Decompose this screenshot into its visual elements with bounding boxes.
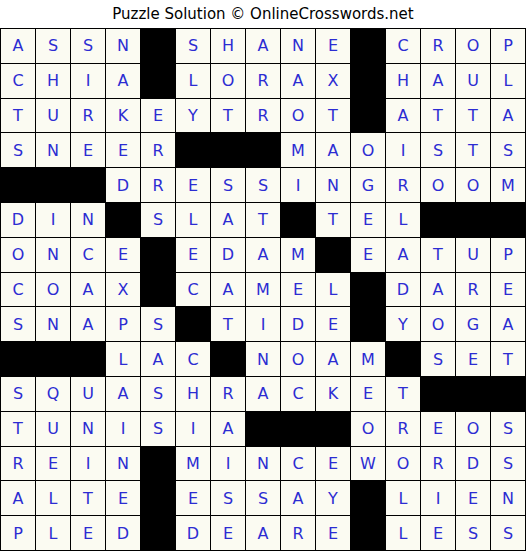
block-cell bbox=[106, 203, 140, 237]
grid-cell: E bbox=[351, 203, 385, 237]
grid-cell: P bbox=[491, 29, 525, 63]
grid-cell: R bbox=[386, 168, 420, 202]
grid-cell: O bbox=[36, 273, 70, 307]
grid-cell: P bbox=[1, 516, 35, 550]
grid-cell: S bbox=[456, 516, 490, 550]
grid-cell: R bbox=[386, 412, 420, 446]
grid-cell: C bbox=[1, 64, 35, 98]
grid-cell: E bbox=[421, 412, 455, 446]
grid-cell: K bbox=[316, 377, 350, 411]
grid-cell: N bbox=[71, 203, 105, 237]
grid-cell: E bbox=[71, 133, 105, 167]
grid-cell: O bbox=[211, 64, 245, 98]
grid-cell: S bbox=[141, 203, 175, 237]
grid-cell: S bbox=[71, 29, 105, 63]
grid-cell: A bbox=[141, 342, 175, 376]
block-cell bbox=[351, 307, 385, 341]
grid-cell: O bbox=[421, 168, 455, 202]
grid-cell: R bbox=[281, 516, 315, 550]
grid-cell: O bbox=[456, 168, 490, 202]
grid-cell: C bbox=[1, 273, 35, 307]
grid-cell: N bbox=[71, 412, 105, 446]
grid-cell: S bbox=[1, 307, 35, 341]
grid-cell: N bbox=[316, 168, 350, 202]
grid-cell: E bbox=[71, 516, 105, 550]
grid-cell: E bbox=[176, 481, 210, 515]
grid-cell: Q bbox=[36, 377, 70, 411]
grid-cell: U bbox=[456, 238, 490, 272]
grid-cell: N bbox=[246, 447, 280, 481]
grid-cell: N bbox=[36, 307, 70, 341]
puzzle-solution-page: Puzzle Solution © OnlineCrosswords.net A… bbox=[0, 0, 526, 551]
grid-cell: T bbox=[316, 203, 350, 237]
grid-cell: T bbox=[246, 203, 280, 237]
grid-cell: A bbox=[386, 99, 420, 133]
grid-cell: A bbox=[246, 377, 280, 411]
block-cell bbox=[351, 64, 385, 98]
grid-cell: X bbox=[316, 64, 350, 98]
grid-cell: E bbox=[421, 516, 455, 550]
block-cell bbox=[351, 481, 385, 515]
grid-cell: Y bbox=[386, 307, 420, 341]
grid-cell: E bbox=[491, 273, 525, 307]
grid-cell: R bbox=[71, 99, 105, 133]
grid-cell: A bbox=[246, 238, 280, 272]
grid-cell: O bbox=[351, 412, 385, 446]
grid-cell: I bbox=[71, 64, 105, 98]
grid-cell: U bbox=[36, 412, 70, 446]
grid-cell: L bbox=[316, 273, 350, 307]
grid-cell: N bbox=[106, 29, 140, 63]
grid-cell: O bbox=[281, 342, 315, 376]
grid-cell: S bbox=[491, 412, 525, 446]
grid-cell: E bbox=[316, 307, 350, 341]
grid-cell: D bbox=[106, 516, 140, 550]
block-cell bbox=[281, 412, 315, 446]
grid-cell: A bbox=[246, 516, 280, 550]
grid-cell: I bbox=[281, 168, 315, 202]
grid-cell: T bbox=[1, 99, 35, 133]
grid-cell: O bbox=[456, 412, 490, 446]
grid-cell: A bbox=[211, 412, 245, 446]
block-cell bbox=[316, 412, 350, 446]
grid-cell: L bbox=[36, 481, 70, 515]
grid-cell: L bbox=[386, 481, 420, 515]
grid-cell: N bbox=[36, 238, 70, 272]
grid-cell: A bbox=[211, 273, 245, 307]
grid-cell: T bbox=[421, 238, 455, 272]
block-cell bbox=[141, 29, 175, 63]
grid-cell: T bbox=[71, 481, 105, 515]
grid-cell: A bbox=[491, 99, 525, 133]
grid-cell: H bbox=[211, 29, 245, 63]
grid-cell: A bbox=[421, 64, 455, 98]
block-cell bbox=[141, 447, 175, 481]
block-cell bbox=[351, 29, 385, 63]
grid-cell: O bbox=[351, 133, 385, 167]
grid-cell: G bbox=[351, 168, 385, 202]
grid-cell: D bbox=[456, 447, 490, 481]
grid-cell: S bbox=[141, 307, 175, 341]
block-cell bbox=[421, 203, 455, 237]
block-cell bbox=[1, 168, 35, 202]
grid-cell: C bbox=[176, 273, 210, 307]
grid-cell: D bbox=[176, 516, 210, 550]
block-cell bbox=[491, 203, 525, 237]
grid-cell: O bbox=[421, 307, 455, 341]
grid-cell: C bbox=[281, 447, 315, 481]
grid-cell: H bbox=[386, 64, 420, 98]
grid-cell: S bbox=[1, 133, 35, 167]
grid-cell: A bbox=[491, 307, 525, 341]
grid-cell: C bbox=[281, 377, 315, 411]
block-cell bbox=[141, 64, 175, 98]
grid-cell: A bbox=[1, 481, 35, 515]
block-cell bbox=[316, 238, 350, 272]
block-cell bbox=[36, 342, 70, 376]
grid-cell: T bbox=[386, 377, 420, 411]
grid-cell: R bbox=[141, 168, 175, 202]
grid-cell: O bbox=[456, 29, 490, 63]
grid-cell: A bbox=[106, 64, 140, 98]
grid-cell: A bbox=[316, 342, 350, 376]
grid-cell: I bbox=[421, 481, 455, 515]
grid-cell: L bbox=[491, 64, 525, 98]
grid-cell: M bbox=[351, 342, 385, 376]
grid-cell: N bbox=[36, 133, 70, 167]
block-cell bbox=[351, 516, 385, 550]
grid-cell: T bbox=[1, 412, 35, 446]
block-cell bbox=[421, 377, 455, 411]
block-cell bbox=[141, 273, 175, 307]
grid-cell: R bbox=[421, 447, 455, 481]
block-cell bbox=[351, 99, 385, 133]
grid-cell: G bbox=[456, 307, 490, 341]
block-cell bbox=[36, 168, 70, 202]
block-cell bbox=[71, 342, 105, 376]
grid-cell: R bbox=[246, 64, 280, 98]
grid-cell: P bbox=[106, 307, 140, 341]
grid-cell: R bbox=[141, 133, 175, 167]
grid-cell: Y bbox=[316, 481, 350, 515]
grid-cell: O bbox=[1, 238, 35, 272]
grid-cell: S bbox=[36, 29, 70, 63]
grid-cell: T bbox=[211, 307, 245, 341]
grid-cell: A bbox=[386, 238, 420, 272]
grid-cell: T bbox=[456, 99, 490, 133]
block-cell bbox=[211, 342, 245, 376]
grid-cell: R bbox=[1, 447, 35, 481]
block-cell bbox=[141, 516, 175, 550]
grid-cell: E bbox=[456, 481, 490, 515]
grid-cell: S bbox=[211, 168, 245, 202]
grid-cell: N bbox=[246, 342, 280, 376]
grid-cell: O bbox=[281, 99, 315, 133]
grid-cell: H bbox=[36, 64, 70, 98]
grid-cell: E bbox=[176, 238, 210, 272]
grid-cell: L bbox=[176, 64, 210, 98]
grid-cell: A bbox=[211, 203, 245, 237]
grid-cell: E bbox=[281, 273, 315, 307]
grid-cell: E bbox=[106, 481, 140, 515]
grid-cell: P bbox=[491, 238, 525, 272]
block-cell bbox=[246, 133, 280, 167]
grid-cell: L bbox=[386, 516, 420, 550]
grid-cell: T bbox=[211, 99, 245, 133]
block-cell bbox=[176, 133, 210, 167]
grid-cell: M bbox=[246, 273, 280, 307]
grid-cell: A bbox=[106, 377, 140, 411]
grid-cell: I bbox=[36, 203, 70, 237]
grid-cell: A bbox=[71, 273, 105, 307]
block-cell bbox=[141, 238, 175, 272]
block-cell bbox=[456, 377, 490, 411]
grid-cell: I bbox=[106, 412, 140, 446]
block-cell bbox=[491, 377, 525, 411]
block-cell bbox=[281, 203, 315, 237]
grid-cell: S bbox=[246, 168, 280, 202]
grid-cell: S bbox=[246, 481, 280, 515]
grid-cell: I bbox=[71, 447, 105, 481]
grid-cell: M bbox=[491, 168, 525, 202]
grid-cell: A bbox=[421, 273, 455, 307]
grid-cell: N bbox=[491, 481, 525, 515]
grid-cell: T bbox=[421, 99, 455, 133]
block-cell bbox=[246, 412, 280, 446]
grid-cell: O bbox=[386, 447, 420, 481]
block-cell bbox=[456, 203, 490, 237]
grid-cell: S bbox=[491, 447, 525, 481]
grid-cell: R bbox=[246, 99, 280, 133]
block-cell bbox=[351, 273, 385, 307]
grid-cell: S bbox=[141, 412, 175, 446]
grid-cell: C bbox=[386, 29, 420, 63]
grid-cell: L bbox=[386, 203, 420, 237]
grid-cell: E bbox=[351, 377, 385, 411]
crossword-grid: ASSNSHANECROPCHIALORAXHAULTURKEYTROTATTA… bbox=[0, 28, 526, 551]
grid-cell: U bbox=[36, 99, 70, 133]
grid-cell: W bbox=[351, 447, 385, 481]
grid-cell: C bbox=[71, 238, 105, 272]
grid-cell: A bbox=[71, 307, 105, 341]
grid-cell: A bbox=[246, 29, 280, 63]
grid-cell: D bbox=[1, 203, 35, 237]
grid-cell: M bbox=[281, 238, 315, 272]
block-cell bbox=[211, 133, 245, 167]
grid-cell: I bbox=[176, 412, 210, 446]
title-bar: Puzzle Solution © OnlineCrosswords.net bbox=[0, 0, 526, 28]
grid-cell: D bbox=[106, 168, 140, 202]
grid-cell: Y bbox=[176, 99, 210, 133]
block-cell bbox=[141, 481, 175, 515]
grid-cell: A bbox=[281, 481, 315, 515]
grid-cell: M bbox=[176, 447, 210, 481]
grid-cell: E bbox=[456, 342, 490, 376]
grid-cell: N bbox=[281, 29, 315, 63]
grid-cell: L bbox=[176, 203, 210, 237]
page-title: Puzzle Solution © OnlineCrosswords.net bbox=[112, 5, 413, 23]
grid-cell: T bbox=[456, 133, 490, 167]
grid-cell: L bbox=[36, 516, 70, 550]
grid-cell: M bbox=[281, 133, 315, 167]
grid-cell: C bbox=[176, 342, 210, 376]
grid-cell: E bbox=[176, 168, 210, 202]
grid-cell: S bbox=[176, 29, 210, 63]
grid-cell: T bbox=[491, 342, 525, 376]
grid-cell: A bbox=[281, 64, 315, 98]
grid-cell: I bbox=[211, 447, 245, 481]
grid-cell: I bbox=[246, 307, 280, 341]
block-cell bbox=[71, 168, 105, 202]
grid-cell: R bbox=[421, 29, 455, 63]
grid-cell: E bbox=[316, 516, 350, 550]
grid-cell: E bbox=[106, 133, 140, 167]
grid-cell: E bbox=[106, 238, 140, 272]
grid-cell: U bbox=[71, 377, 105, 411]
grid-cell: S bbox=[491, 133, 525, 167]
grid-cell: D bbox=[386, 273, 420, 307]
grid-cell: D bbox=[281, 307, 315, 341]
grid-cell: R bbox=[456, 273, 490, 307]
grid-cell: A bbox=[1, 29, 35, 63]
grid-cell: K bbox=[106, 99, 140, 133]
grid-cell: E bbox=[211, 516, 245, 550]
grid-cell: S bbox=[211, 481, 245, 515]
grid-cell: E bbox=[316, 447, 350, 481]
grid-cell: T bbox=[316, 99, 350, 133]
grid-cell: S bbox=[421, 342, 455, 376]
grid-cell: H bbox=[176, 377, 210, 411]
grid-cell: N bbox=[106, 447, 140, 481]
grid-cell: D bbox=[211, 238, 245, 272]
block-cell bbox=[386, 342, 420, 376]
grid-cell: L bbox=[106, 342, 140, 376]
grid-cell: E bbox=[316, 29, 350, 63]
grid-cell: S bbox=[491, 516, 525, 550]
grid-cell: E bbox=[351, 238, 385, 272]
grid-cell: S bbox=[1, 377, 35, 411]
grid-cell: X bbox=[106, 273, 140, 307]
grid-cell: R bbox=[211, 377, 245, 411]
block-cell bbox=[176, 307, 210, 341]
block-cell bbox=[1, 342, 35, 376]
grid-cell: S bbox=[141, 377, 175, 411]
grid-cell: S bbox=[421, 133, 455, 167]
grid-cell: E bbox=[36, 447, 70, 481]
grid-cell: U bbox=[456, 64, 490, 98]
grid-cell: A bbox=[316, 133, 350, 167]
grid-cell: I bbox=[386, 133, 420, 167]
grid-cell: E bbox=[141, 99, 175, 133]
